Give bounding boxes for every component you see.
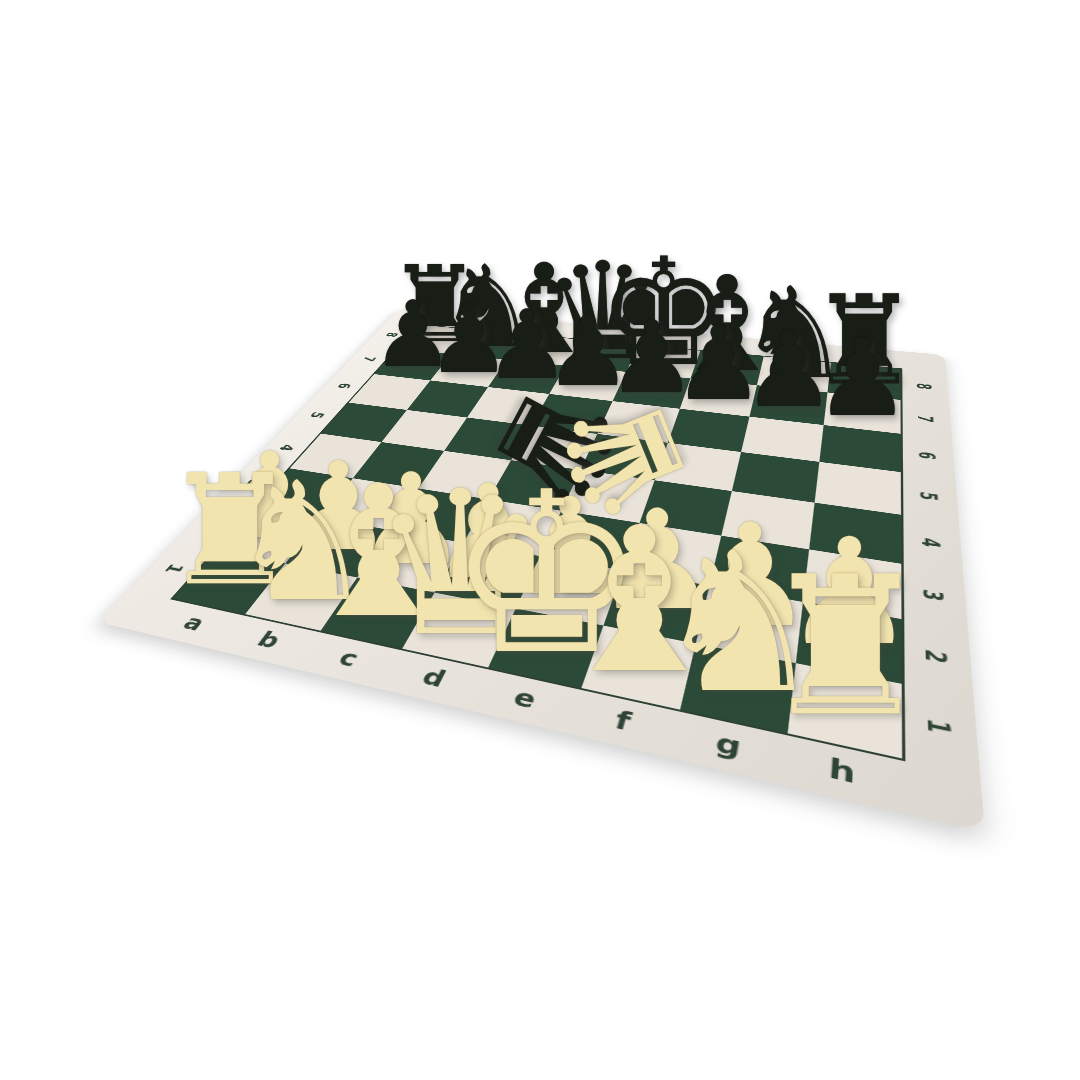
file-label-a: a (179, 613, 209, 634)
rank-label-left-2: 2 (204, 518, 228, 529)
rank-label-left-7: 7 (360, 356, 378, 362)
rank-label-right-7: 7 (915, 415, 936, 424)
file-label-h: h (828, 755, 856, 788)
file-label-d: d (418, 666, 449, 691)
rank-label-left-8: 8 (383, 332, 401, 338)
rank-label-right-6: 6 (916, 451, 938, 461)
vinyl-chess-mat: abcdefgh 12345678 12345678 (98, 308, 985, 833)
rank-label-right-4: 4 (918, 536, 943, 549)
file-label-b: b (253, 629, 284, 652)
file-label-e: e (510, 686, 539, 713)
rank-label-left-6: 6 (335, 382, 354, 389)
file-label-f: f (612, 708, 633, 734)
rank-label-right-3: 3 (920, 588, 947, 603)
rank-label-right-5: 5 (917, 491, 941, 502)
rank-label-right-2: 2 (921, 648, 950, 665)
file-label-c: c (334, 647, 362, 670)
rank-label-right-8: 8 (914, 382, 934, 390)
rank-label-left-4: 4 (276, 443, 297, 452)
file-label-g: g (713, 730, 742, 760)
rank-label-left-5: 5 (307, 411, 327, 419)
rank-label-left-3: 3 (242, 479, 265, 489)
rank-label-right-1: 1 (923, 717, 955, 738)
rank-label-left-1: 1 (161, 563, 187, 575)
photo-background: abcdefgh 12345678 12345678 ♜♞♝♛♚♝♞♜♟♟♟♟♟… (0, 0, 1080, 1080)
